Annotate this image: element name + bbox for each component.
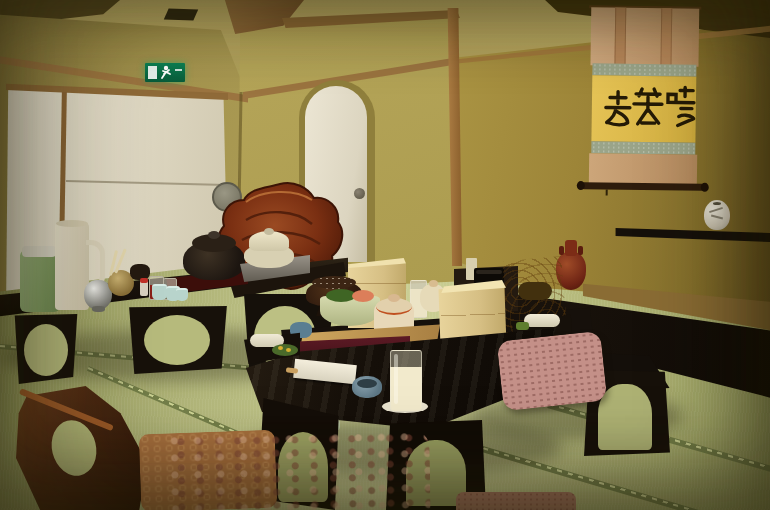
yellow-garnish — [286, 348, 291, 352]
green-leaf-dish — [272, 344, 298, 356]
pale-blue-teacup — [176, 288, 188, 301]
leg-cutout — [598, 384, 652, 450]
calligraphy-strokes — [591, 75, 696, 142]
rolled-hand-towel — [524, 314, 560, 327]
exit-sign — [145, 63, 185, 82]
phone-handset — [476, 270, 502, 274]
ceiling-vent — [164, 8, 198, 20]
scroll-lower-mount — [589, 153, 697, 185]
yellow-garnish — [278, 346, 283, 350]
vase-handle — [578, 246, 583, 255]
scroll-calligraphy-panel — [591, 75, 696, 142]
lidded-cup-knob — [429, 280, 438, 287]
brocade-floor-cushion — [167, 430, 430, 510]
scroll-roller-rod — [581, 182, 705, 191]
soup-bowl-lid — [312, 276, 356, 289]
exit-runner-icon — [145, 63, 185, 82]
bowl-opening — [357, 379, 377, 388]
salad-salmon-pieces — [352, 290, 374, 302]
vase-mouth — [713, 202, 721, 205]
greens-garnish — [516, 322, 529, 330]
bench-leg — [12, 314, 80, 384]
glass-highlight — [394, 354, 398, 404]
donabe-lid-knob — [208, 231, 220, 239]
vase-marking — [709, 207, 723, 213]
air-pot-cap — [22, 246, 56, 257]
pitcher-rim — [56, 220, 88, 227]
pale-blue-teacup — [152, 284, 167, 300]
vase-handle — [559, 246, 564, 255]
vase-marking — [711, 215, 723, 220]
roller-end-knob — [701, 183, 709, 192]
bench-leg — [126, 306, 230, 374]
ryokan-tatami-room-photo — [0, 0, 770, 510]
chawanmushi-knob — [388, 294, 400, 302]
scroll-upper-mount — [590, 7, 699, 67]
scroll-futai-band — [660, 8, 672, 68]
leg-cutout — [144, 315, 210, 365]
shaker-cap — [140, 278, 148, 283]
scroll-futai-band — [614, 8, 626, 68]
roller-end-knob — [577, 181, 585, 190]
green-air-pot — [20, 250, 60, 312]
door-pull-knob — [354, 188, 365, 199]
zaisu-handle-hole — [518, 282, 552, 300]
cream-donabe-knob — [264, 228, 274, 235]
pink-floor-cushion — [497, 331, 608, 411]
leg-cutout — [24, 324, 68, 376]
hanging-calligraphy-scroll — [583, 5, 708, 193]
creamer-foot — [92, 306, 105, 312]
cushion-sliver — [456, 492, 576, 510]
white-round-vase — [704, 200, 730, 230]
signature-stroke — [606, 189, 608, 195]
vase-neck — [565, 240, 577, 256]
